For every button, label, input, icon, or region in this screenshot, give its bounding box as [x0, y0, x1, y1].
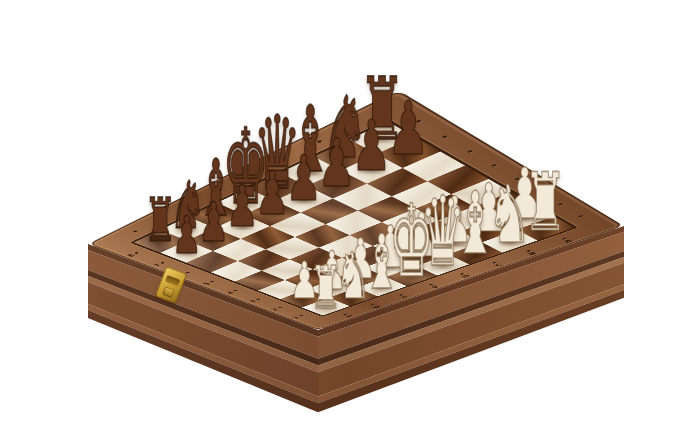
photo-canvas: HGFEDCBA12345678 ♜♞♝♛♚♝♞♜♟♟♟♟♟♟♟♟♟♟♟♟♟♟♟…	[0, 0, 680, 425]
piece-dark-pawn-h7[interactable]: ♟	[170, 209, 203, 261]
pieces-layer: ♜♞♝♛♚♝♞♜♟♟♟♟♟♟♟♟♟♟♟♟♟♟♟♟♜♞♝♛♚♝♞♜	[0, 0, 680, 425]
piece-white-rook-h1[interactable]: ♜	[308, 258, 344, 317]
